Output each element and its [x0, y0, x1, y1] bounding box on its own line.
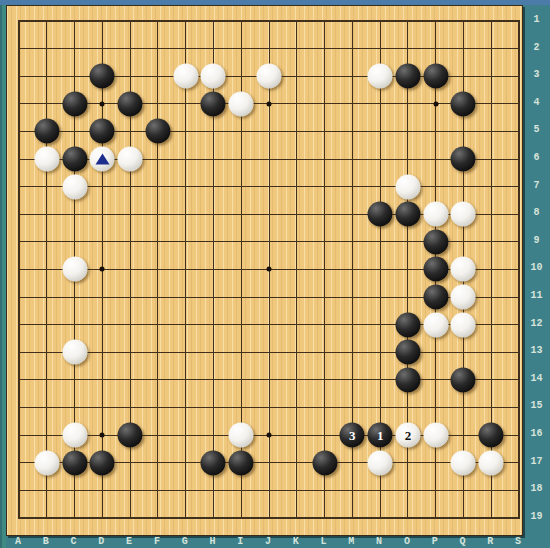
- white-stone-G3: [173, 64, 198, 89]
- white-stone-P8: [423, 202, 448, 227]
- row-label-16: 16: [523, 428, 550, 440]
- grid-line-horizontal: [18, 490, 520, 491]
- black-stone-N8: [368, 202, 393, 227]
- black-stone-O8: [395, 202, 420, 227]
- move-number-3: 3: [340, 423, 365, 448]
- white-stone-Q10: [451, 257, 476, 282]
- white-stone-C7: [62, 174, 87, 199]
- col-label-M: M: [342, 536, 360, 548]
- white-stone-I16: [229, 423, 254, 448]
- white-stone-C16: [62, 423, 87, 448]
- black-stone-O14: [395, 367, 420, 392]
- black-stone-Q4: [451, 91, 476, 116]
- triangle-marker: [95, 153, 109, 164]
- white-stone-J3: [257, 64, 282, 89]
- black-stone-C4: [62, 91, 87, 116]
- black-stone-F5: [145, 119, 170, 144]
- row-label-14: 14: [523, 373, 550, 385]
- col-label-S: S: [509, 536, 527, 548]
- white-stone-P16: [423, 423, 448, 448]
- black-stone-D3: [90, 64, 115, 89]
- black-stone-I17: [229, 450, 254, 475]
- black-stone-O3: [395, 64, 420, 89]
- move-number-2: 2: [395, 423, 420, 448]
- row-label-11: 11: [523, 290, 550, 302]
- row-label-2: 2: [523, 42, 550, 54]
- white-stone-B17: [34, 450, 59, 475]
- black-stone-R16: [479, 423, 504, 448]
- black-stone-C17: [62, 450, 87, 475]
- white-stone-Q12: [451, 312, 476, 337]
- black-stone-D17: [90, 450, 115, 475]
- white-stone-Q11: [451, 285, 476, 310]
- star-point-P4: [433, 101, 438, 106]
- star-point-D4: [100, 101, 105, 106]
- black-stone-H17: [201, 450, 226, 475]
- row-label-17: 17: [523, 456, 550, 468]
- col-label-G: G: [176, 536, 194, 548]
- white-stone-P12: [423, 312, 448, 337]
- grid-line-horizontal: [18, 379, 520, 380]
- row-label-13: 13: [523, 345, 550, 357]
- col-label-H: H: [203, 536, 221, 548]
- row-label-7: 7: [523, 180, 550, 192]
- black-stone-B5: [34, 119, 59, 144]
- white-stone-C13: [62, 340, 87, 365]
- grid-line-vertical: [324, 20, 325, 519]
- black-stone-O12: [395, 312, 420, 337]
- white-stone-Q8: [451, 202, 476, 227]
- black-stone-O13: [395, 340, 420, 365]
- move-number-1: 1: [368, 423, 393, 448]
- star-point-J4: [267, 101, 272, 106]
- row-label-18: 18: [523, 483, 550, 495]
- white-stone-I4: [229, 91, 254, 116]
- col-label-B: B: [37, 536, 55, 548]
- col-label-A: A: [9, 536, 27, 548]
- black-stone-M16: 3: [340, 423, 365, 448]
- row-label-1: 1: [523, 14, 550, 26]
- white-stone-O7: [395, 174, 420, 199]
- black-stone-P11: [423, 285, 448, 310]
- column-coordinate-labels: ABCDEFGHIJKLMNOPQRS: [6, 536, 523, 548]
- col-label-D: D: [92, 536, 110, 548]
- row-label-5: 5: [523, 124, 550, 136]
- star-point-D10: [100, 267, 105, 272]
- row-label-8: 8: [523, 207, 550, 219]
- black-stone-Q6: [451, 147, 476, 172]
- row-coordinate-labels: 12345678910111213141516171819: [523, 5, 550, 536]
- star-point-D16: [100, 433, 105, 438]
- go-board[interactable]: 312: [6, 5, 523, 536]
- col-label-O: O: [398, 536, 416, 548]
- col-label-Q: Q: [453, 536, 471, 548]
- col-label-N: N: [370, 536, 388, 548]
- col-label-R: R: [481, 536, 499, 548]
- grid-line-horizontal: [18, 517, 520, 519]
- black-stone-N16: 1: [368, 423, 393, 448]
- white-stone-C10: [62, 257, 87, 282]
- white-stone-E6: [118, 147, 143, 172]
- col-label-C: C: [65, 536, 83, 548]
- row-label-6: 6: [523, 152, 550, 164]
- white-stone-B6: [34, 147, 59, 172]
- black-stone-H4: [201, 91, 226, 116]
- col-label-I: I: [231, 536, 249, 548]
- row-label-10: 10: [523, 262, 550, 274]
- row-label-12: 12: [523, 318, 550, 330]
- grid-line-horizontal: [18, 352, 520, 353]
- row-label-9: 9: [523, 235, 550, 247]
- grid-line-vertical: [296, 20, 297, 519]
- white-stone-N3: [368, 64, 393, 89]
- black-stone-P10: [423, 257, 448, 282]
- col-label-E: E: [120, 536, 138, 548]
- white-stone-D6: [90, 147, 115, 172]
- grid-line-vertical: [518, 20, 520, 519]
- black-stone-P3: [423, 64, 448, 89]
- row-label-4: 4: [523, 97, 550, 109]
- black-stone-Q14: [451, 367, 476, 392]
- white-stone-Q17: [451, 450, 476, 475]
- white-stone-R17: [479, 450, 504, 475]
- col-label-K: K: [287, 536, 305, 548]
- white-stone-N17: [368, 450, 393, 475]
- black-stone-P9: [423, 229, 448, 254]
- black-stone-E16: [118, 423, 143, 448]
- black-stone-C6: [62, 147, 87, 172]
- black-stone-D5: [90, 119, 115, 144]
- col-label-P: P: [426, 536, 444, 548]
- star-point-J10: [267, 267, 272, 272]
- row-label-15: 15: [523, 400, 550, 412]
- black-stone-E4: [118, 91, 143, 116]
- star-point-J16: [267, 433, 272, 438]
- white-stone-H3: [201, 64, 226, 89]
- col-label-F: F: [148, 536, 166, 548]
- black-stone-L17: [312, 450, 337, 475]
- col-label-J: J: [259, 536, 277, 548]
- row-label-19: 19: [523, 511, 550, 523]
- row-label-3: 3: [523, 69, 550, 81]
- grid-line-horizontal: [18, 407, 520, 408]
- go-game-window: 312 12345678910111213141516171819 ABCDEF…: [0, 0, 550, 548]
- white-stone-O16: 2: [395, 423, 420, 448]
- col-label-L: L: [315, 536, 333, 548]
